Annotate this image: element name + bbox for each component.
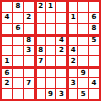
cell-r8c5-empty[interactable] bbox=[46, 78, 56, 88]
cell-r4c1-empty[interactable] bbox=[2, 35, 12, 45]
cell-r9c2-empty[interactable] bbox=[13, 89, 23, 99]
cell-r5c8-empty[interactable] bbox=[78, 46, 88, 56]
sudoku-board: 8214216688453824172692734935 bbox=[0, 0, 101, 101]
cell-r1c8-empty[interactable] bbox=[78, 2, 88, 12]
cell-r5c5-empty[interactable] bbox=[46, 46, 56, 56]
cell-r5c4-given-8[interactable]: 8 bbox=[35, 46, 45, 56]
cell-r6c8-empty[interactable] bbox=[78, 56, 88, 66]
cell-r9c8-given-5[interactable]: 5 bbox=[78, 89, 88, 99]
cell-r8c6-empty[interactable] bbox=[56, 78, 66, 88]
cell-r5c2-empty[interactable] bbox=[13, 46, 23, 56]
cell-r1c3-empty[interactable] bbox=[24, 2, 34, 12]
cell-r4c3-given-8[interactable]: 8 bbox=[24, 35, 34, 45]
cell-r2c5-empty[interactable] bbox=[46, 13, 56, 23]
cell-r5c6-given-2[interactable]: 2 bbox=[56, 46, 66, 56]
cell-r2c1-given-4[interactable]: 4 bbox=[2, 13, 12, 23]
cell-r8c7-given-3[interactable]: 3 bbox=[67, 78, 77, 88]
cell-r6c4-given-7[interactable]: 7 bbox=[35, 56, 45, 66]
cell-r4c5-empty[interactable] bbox=[46, 35, 56, 45]
cell-r8c3-given-7[interactable]: 7 bbox=[24, 78, 34, 88]
cell-r6c1-given-1[interactable]: 1 bbox=[2, 56, 12, 66]
cell-r3c3-empty[interactable] bbox=[24, 24, 34, 34]
cell-r8c1-given-2[interactable]: 2 bbox=[2, 78, 12, 88]
cell-r6c2-empty[interactable] bbox=[13, 56, 23, 66]
cell-r3c2-given-6[interactable]: 6 bbox=[13, 24, 23, 34]
cell-r3c4-empty[interactable] bbox=[35, 24, 45, 34]
cell-r3c1-empty[interactable] bbox=[2, 24, 12, 34]
cell-r2c9-given-6[interactable]: 6 bbox=[89, 13, 99, 23]
cell-r5c3-given-3[interactable]: 3 bbox=[24, 46, 34, 56]
cell-r2c3-given-2[interactable]: 2 bbox=[24, 13, 34, 23]
cell-r9c3-empty[interactable] bbox=[24, 89, 34, 99]
cell-r2c2-empty[interactable] bbox=[13, 13, 23, 23]
cell-r7c3-empty[interactable] bbox=[24, 67, 34, 77]
cell-r9c9-empty[interactable] bbox=[89, 89, 99, 99]
cell-r3c5-empty[interactable] bbox=[46, 24, 56, 34]
cell-r1c9-empty[interactable] bbox=[89, 2, 99, 12]
cell-r4c7-empty[interactable] bbox=[67, 35, 77, 45]
cell-r4c6-given-4[interactable]: 4 bbox=[56, 35, 66, 45]
cell-r1c7-empty[interactable] bbox=[67, 2, 77, 12]
cell-r9c7-empty[interactable] bbox=[67, 89, 77, 99]
cell-r2c6-empty[interactable] bbox=[56, 13, 66, 23]
cell-r6c5-empty[interactable] bbox=[46, 56, 56, 66]
cell-r2c8-empty[interactable] bbox=[78, 13, 88, 23]
cell-r4c9-given-5[interactable]: 5 bbox=[89, 35, 99, 45]
cell-r3c8-empty[interactable] bbox=[78, 24, 88, 34]
cell-r2c4-empty[interactable] bbox=[35, 13, 45, 23]
cell-r1c1-empty[interactable] bbox=[2, 2, 12, 12]
cell-r4c2-empty[interactable] bbox=[13, 35, 23, 45]
cell-r8c4-empty[interactable] bbox=[35, 78, 45, 88]
cell-r7c7-empty[interactable] bbox=[67, 67, 77, 77]
cell-r7c9-empty[interactable] bbox=[89, 67, 99, 77]
cell-r5c7-given-4[interactable]: 4 bbox=[67, 46, 77, 56]
cell-r4c4-empty[interactable] bbox=[35, 35, 45, 45]
cell-r8c2-empty[interactable] bbox=[13, 78, 23, 88]
cell-r1c4-given-2[interactable]: 2 bbox=[35, 2, 45, 12]
cell-r3c6-empty[interactable] bbox=[56, 24, 66, 34]
cell-r6c6-empty[interactable] bbox=[56, 56, 66, 66]
cell-r9c5-given-9[interactable]: 9 bbox=[46, 89, 56, 99]
cell-r7c5-empty[interactable] bbox=[46, 67, 56, 77]
cell-r9c6-given-3[interactable]: 3 bbox=[56, 89, 66, 99]
cell-r7c4-empty[interactable] bbox=[35, 67, 45, 77]
cell-r9c4-empty[interactable] bbox=[35, 89, 45, 99]
cell-r7c8-given-9[interactable]: 9 bbox=[78, 67, 88, 77]
cell-r2c7-given-1[interactable]: 1 bbox=[67, 13, 77, 23]
cell-r7c2-empty[interactable] bbox=[13, 67, 23, 77]
cell-r7c1-given-6[interactable]: 6 bbox=[2, 67, 12, 77]
cell-r6c3-empty[interactable] bbox=[24, 56, 34, 66]
cell-r1c2-given-8[interactable]: 8 bbox=[13, 2, 23, 12]
cell-r5c9-empty[interactable] bbox=[89, 46, 99, 56]
cell-r3c9-given-8[interactable]: 8 bbox=[89, 24, 99, 34]
cell-r1c6-empty[interactable] bbox=[56, 2, 66, 12]
cell-r9c1-empty[interactable] bbox=[2, 89, 12, 99]
cell-r6c7-given-2[interactable]: 2 bbox=[67, 56, 77, 66]
cell-r3c7-empty[interactable] bbox=[67, 24, 77, 34]
cell-r8c8-empty[interactable] bbox=[78, 78, 88, 88]
cell-r6c9-empty[interactable] bbox=[89, 56, 99, 66]
cell-r7c6-empty[interactable] bbox=[56, 67, 66, 77]
cell-r5c1-empty[interactable] bbox=[2, 46, 12, 56]
cell-r8c9-given-4[interactable]: 4 bbox=[89, 78, 99, 88]
cell-r1c5-given-1[interactable]: 1 bbox=[46, 2, 56, 12]
cell-r4c8-empty[interactable] bbox=[78, 35, 88, 45]
